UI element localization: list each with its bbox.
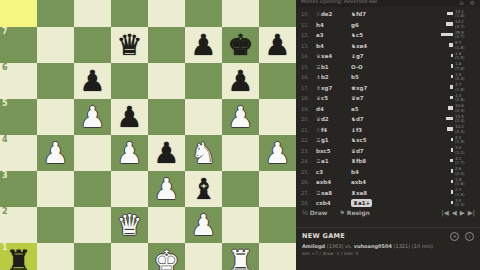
square-a3[interactable]: 3 — [0, 171, 37, 207]
move-time-values: 2.3(1.9) — [455, 188, 475, 198]
square-a7[interactable]: 7 — [0, 27, 37, 63]
square-c5[interactable]: ♟ — [74, 99, 111, 135]
square-d8[interactable] — [111, 0, 148, 27]
rank-label-4: 4 — [2, 136, 8, 144]
black-player-rating: (1321) — [394, 243, 411, 249]
move-number: 28. — [301, 198, 309, 209]
square-e6[interactable] — [148, 63, 185, 99]
invite-player-icon[interactable]: + — [450, 232, 459, 241]
move-time-bar — [450, 159, 453, 163]
white-player-rating: (1363) — [327, 243, 344, 249]
go-to-start-button[interactable]: |◀ — [442, 209, 449, 217]
square-b1[interactable] — [37, 243, 74, 270]
black-move[interactable]: ♝g7 — [351, 51, 364, 62]
white-move[interactable]: cxb4 — [316, 198, 331, 209]
move-time-bar — [450, 96, 453, 100]
square-b4[interactable]: ♟ — [37, 135, 74, 171]
black-move[interactable]: O-O — [351, 62, 363, 73]
white-move[interactable]: b4 — [316, 41, 324, 52]
game-info-icon[interactable]: i — [465, 232, 474, 241]
square-b7[interactable] — [37, 27, 74, 63]
move-row-14: 14.♕xa4♝g71.6(1.5) — [296, 51, 480, 62]
move-number: 23. — [301, 146, 309, 157]
square-g6[interactable]: ♟ — [222, 63, 259, 99]
white-pawn[interactable]: ♟ — [259, 135, 296, 171]
previous-move-button[interactable]: ◀ — [452, 209, 457, 217]
square-e3[interactable]: ♟ — [148, 171, 185, 207]
move-number: 15. — [301, 62, 309, 73]
move-row-22: 22.♖g1♞xc52.1(1.9) — [296, 135, 480, 146]
square-e4[interactable]: ♟ — [148, 135, 185, 171]
square-f1[interactable] — [185, 243, 222, 270]
move-number: 14. — [301, 51, 309, 62]
move-row-21: 21.♘f4♝f313.2(2.4) — [296, 125, 480, 136]
black-pawn[interactable]: ♟ — [74, 63, 111, 99]
move-time-values: 25.9(2.7) — [455, 31, 475, 41]
black-move[interactable]: g6 — [351, 20, 359, 31]
move-time-bar — [449, 43, 453, 47]
square-d2[interactable]: ♛ — [111, 207, 148, 243]
move-time-values: 9.7(1.8) — [455, 41, 475, 51]
square-d1[interactable] — [111, 243, 148, 270]
move-number: 16. — [301, 72, 309, 83]
flag-icon: ⚑ — [339, 209, 344, 216]
square-h5[interactable] — [259, 99, 296, 135]
move-time-bar — [447, 127, 453, 131]
white-pawn[interactable]: ♟ — [111, 135, 148, 171]
move-row-11: 11.h4g614.2(4.7) — [296, 20, 480, 31]
rank-label-6: 6 — [2, 64, 8, 72]
move-number: 21. — [301, 125, 309, 136]
move-row-24: 24.♖a1♜fb84.1(1.7) — [296, 156, 480, 167]
square-b3[interactable] — [37, 171, 74, 207]
move-time-bar — [451, 180, 453, 184]
square-a6[interactable]: 6 — [0, 63, 37, 99]
square-h8[interactable] — [259, 0, 296, 27]
square-a5[interactable]: 5 — [0, 99, 37, 135]
move-row-19: 19.d4a510.6(2.3) — [296, 104, 480, 115]
half-point-icon: ½ — [302, 209, 308, 216]
move-number: 19. — [301, 104, 309, 115]
white-pawn[interactable]: ♟ — [148, 171, 185, 207]
black-move[interactable]: ♞d7 — [351, 114, 364, 125]
square-d7[interactable]: ♛ — [111, 27, 148, 63]
square-b8[interactable] — [37, 0, 74, 27]
move-time-values: 1.8(1.6) — [455, 178, 475, 188]
move-time-bar — [451, 64, 453, 68]
move-time-values: 10.6(2.3) — [455, 104, 475, 114]
white-move[interactable]: axb4 — [316, 177, 331, 188]
square-c1[interactable] — [74, 243, 111, 270]
white-move[interactable]: d4 — [316, 104, 324, 115]
move-time-values: 1.6(1.5) — [455, 52, 475, 62]
move-number: 10. — [301, 9, 309, 20]
rank-label-7: 7 — [2, 28, 8, 36]
square-f7[interactable]: ♟ — [185, 27, 222, 63]
draw-button[interactable]: ½Draw — [302, 209, 327, 216]
move-time-bar — [451, 190, 453, 194]
black-move[interactable]: ♝f3 — [351, 125, 362, 136]
move-time-bar — [446, 117, 453, 121]
new-game-footer: NEW GAME Amilogd (1363) vs. vuhoang0504 … — [296, 227, 480, 256]
square-b2[interactable] — [37, 207, 74, 243]
move-row-27: 27.♖xa8♜xa82.3(1.9) — [296, 188, 480, 199]
side-panel: Mieses Opening: Reversed Rat ≡ ⚙ 10.♘de2… — [296, 0, 480, 270]
square-e7[interactable] — [148, 27, 185, 63]
square-f5[interactable] — [185, 99, 222, 135]
square-c8[interactable] — [74, 0, 111, 27]
move-time-bar — [447, 12, 453, 16]
draw-label: Draw — [310, 209, 328, 216]
square-h3[interactable] — [259, 171, 296, 207]
move-row-10: 10.♘de2♞fd714.1(1.8) — [296, 9, 480, 20]
move-time-bar — [441, 33, 453, 37]
resign-label: Resign — [347, 209, 370, 216]
move-time-values: 3.0(1.4) — [455, 199, 475, 209]
move-number: 11. — [301, 20, 309, 31]
move-time-bar — [451, 169, 453, 173]
white-move[interactable]: ♕c5 — [316, 93, 328, 104]
square-h6[interactable] — [259, 63, 296, 99]
white-pawn[interactable]: ♟ — [185, 207, 222, 243]
white-pawn[interactable]: ♟ — [74, 99, 111, 135]
square-c2[interactable] — [74, 207, 111, 243]
footer-icons: + i — [446, 232, 474, 241]
square-a8[interactable]: 8 — [0, 0, 37, 27]
square-b5[interactable] — [37, 99, 74, 135]
black-pawn[interactable]: ♟ — [185, 27, 222, 63]
rank-label-3: 3 — [2, 172, 8, 180]
rank-label-5: 5 — [2, 100, 8, 108]
resign-button[interactable]: ⚑Resign — [339, 209, 369, 216]
game-action-buttons: ½Draw ⚑Resign — [302, 209, 380, 216]
move-row-18: 18.♕c5♛e74.4(2.8) — [296, 93, 480, 104]
square-c7[interactable] — [74, 27, 111, 63]
move-row-20: 20.♕d2♞d714.5(2.4) — [296, 114, 480, 125]
square-d5[interactable]: ♟ — [111, 99, 148, 135]
white-move[interactable]: bxc5 — [316, 146, 331, 157]
opening-header-bar: Mieses Opening: Reversed Rat ≡ ⚙ — [296, 0, 480, 7]
move-time-values: 13.2(2.4) — [455, 125, 475, 135]
move-time-bar — [451, 138, 453, 142]
square-f4[interactable]: ♞ — [185, 135, 222, 171]
move-time-values: 1.8(7.8) — [455, 62, 475, 72]
black-pawn[interactable]: ♟ — [111, 99, 148, 135]
black-player-name[interactable]: vuhoang0504 — [354, 243, 392, 249]
square-c4[interactable] — [74, 135, 111, 171]
move-number: 27. — [301, 188, 309, 199]
white-move[interactable]: ♘f4 — [316, 125, 327, 136]
move-number: 26. — [301, 177, 309, 188]
square-h2[interactable] — [259, 207, 296, 243]
opening-name: Mieses Opening: Reversed Rat — [301, 0, 377, 4]
players-line: Amilogd (1363) vs. vuhoang0504 (1321) (1… — [302, 243, 474, 249]
move-time-values: 14.5(2.4) — [455, 115, 475, 125]
square-d4[interactable]: ♟ — [111, 135, 148, 171]
black-move[interactable]: b4 — [351, 167, 359, 178]
move-time-values: 14.2(4.7) — [455, 20, 475, 30]
black-move[interactable]: b5 — [351, 72, 359, 83]
menu-icon[interactable]: ≡ — [459, 0, 464, 6]
white-move[interactable]: c3 — [316, 167, 323, 178]
square-g4[interactable] — [222, 135, 259, 171]
square-b6[interactable] — [37, 63, 74, 99]
black-rook[interactable]: ♜ — [0, 243, 37, 270]
move-time-bar — [450, 85, 453, 89]
black-pawn[interactable]: ♟ — [259, 27, 296, 63]
move-time-values: 2.6(2.0) — [455, 167, 475, 177]
white-rook[interactable]: ♜ — [222, 243, 259, 270]
white-pawn[interactable]: ♟ — [37, 135, 74, 171]
square-h1[interactable] — [259, 243, 296, 270]
move-number: 20. — [301, 114, 309, 125]
white-move[interactable]: ♗xg7 — [316, 83, 332, 94]
move-time-bar — [451, 75, 453, 79]
square-e5[interactable] — [148, 99, 185, 135]
white-king[interactable]: ♚ — [148, 243, 185, 270]
square-d3[interactable] — [111, 171, 148, 207]
move-row-15: 15.♖b1O-O1.8(7.8) — [296, 62, 480, 73]
white-player-name[interactable]: Amilogd — [302, 243, 325, 249]
move-row-28: 28.cxb4♜a1+3.0(1.4) — [296, 198, 480, 209]
black-move[interactable]: ♞fd7 — [351, 9, 366, 20]
white-move[interactable]: ♖a1 — [316, 156, 328, 167]
white-move[interactable]: ♕d2 — [316, 114, 329, 125]
move-row-25: 25.c3b42.6(2.0) — [296, 167, 480, 178]
black-move[interactable]: ♚xg7 — [351, 83, 367, 94]
move-row-13: 13.b4♞xa49.7(1.8) — [296, 41, 480, 52]
move-time-values: 4.7(1.8) — [455, 83, 475, 93]
square-f2[interactable]: ♟ — [185, 207, 222, 243]
black-queen[interactable]: ♛ — [111, 27, 148, 63]
black-king[interactable]: ♚ — [222, 27, 259, 63]
white-move[interactable]: ♖xa8 — [316, 188, 332, 199]
black-move[interactable]: axb4 — [351, 177, 366, 188]
move-time-bar — [451, 148, 453, 152]
black-move[interactable]: ♛d7 — [351, 146, 364, 157]
white-pawn[interactable]: ♟ — [222, 99, 259, 135]
square-g2[interactable] — [222, 207, 259, 243]
white-move[interactable]: ♘de2 — [316, 9, 332, 20]
move-row-12: 12.a3♞c525.9(2.7) — [296, 30, 480, 41]
square-h7[interactable]: ♟ — [259, 27, 296, 63]
move-time-values: 4.1(1.7) — [455, 157, 475, 167]
chess-board: 87♛♟♚♟6♟♟5♟♟♟4♟♟♟♞♟3♟♝2♛♟1♜♚♜ — [0, 0, 296, 270]
black-move[interactable]: ♞c5 — [351, 30, 363, 41]
move-time-bar — [448, 106, 453, 110]
vs-label: vs. — [345, 243, 352, 249]
square-e2[interactable] — [148, 207, 185, 243]
move-row-17: 17.♗xg7♚xg74.7(1.8) — [296, 83, 480, 94]
square-f3[interactable]: ♝ — [185, 171, 222, 207]
white-move[interactable]: ♖b1 — [316, 62, 329, 73]
white-move[interactable]: h4 — [316, 20, 324, 31]
rating-change-line: win +7 / draw -1 / lose -5 — [302, 251, 474, 256]
white-move[interactable]: ♕xa4 — [316, 51, 332, 62]
square-g8[interactable] — [222, 0, 259, 27]
move-row-23: 23.bxc5♛d73.4(2.2) — [296, 146, 480, 157]
black-pawn[interactable]: ♟ — [148, 135, 185, 171]
move-row-16: 16.♗b2b51.5(2.4) — [296, 72, 480, 83]
rank-label-2: 2 — [2, 208, 8, 216]
black-move[interactable]: ♜xa8 — [351, 188, 367, 199]
next-move-button[interactable]: ▶ — [460, 209, 465, 217]
square-c3[interactable] — [74, 171, 111, 207]
move-row-26: 26.axb4axb41.8(1.6) — [296, 177, 480, 188]
white-move[interactable]: ♖g1 — [316, 135, 329, 146]
square-d6[interactable] — [111, 63, 148, 99]
square-a2[interactable]: 2 — [0, 207, 37, 243]
move-number: 12. — [301, 30, 309, 41]
square-g3[interactable] — [222, 171, 259, 207]
black-move[interactable]: ♜fb8 — [351, 156, 366, 167]
move-time-values: 1.5(2.4) — [455, 73, 475, 83]
black-move[interactable]: ♞xa4 — [351, 41, 367, 52]
move-number: 17. — [301, 83, 309, 94]
move-time-values: 14.1(1.8) — [455, 10, 475, 20]
black-move[interactable]: ♛e7 — [351, 93, 364, 104]
move-time-bar — [446, 22, 453, 26]
square-c6[interactable]: ♟ — [74, 63, 111, 99]
square-g1[interactable]: ♜ — [222, 243, 259, 270]
black-move[interactable]: ♜a1+ — [351, 199, 372, 207]
square-e8[interactable] — [148, 0, 185, 27]
white-queen[interactable]: ♛ — [111, 207, 148, 243]
black-move[interactable]: a5 — [351, 104, 359, 115]
move-number: 13. — [301, 41, 309, 52]
white-move[interactable]: ♗b2 — [316, 72, 329, 83]
move-number: 24. — [301, 156, 309, 167]
move-number: 18. — [301, 93, 309, 104]
go-to-end-button[interactable]: ▶| — [468, 209, 475, 217]
square-e1[interactable]: ♚ — [148, 243, 185, 270]
white-knight[interactable]: ♞ — [185, 135, 222, 171]
time-control: (10 min) — [412, 243, 433, 249]
black-pawn[interactable]: ♟ — [222, 63, 259, 99]
playback-controls: |◀◀▶▶| — [439, 209, 475, 217]
move-list: 10.♘de2♞fd714.1(1.8)11.h4g614.2(4.7)12.a… — [296, 9, 480, 209]
square-g5[interactable]: ♟ — [222, 99, 259, 135]
move-number: 22. — [301, 135, 309, 146]
square-f8[interactable] — [185, 0, 222, 27]
move-time-values: 3.4(2.2) — [455, 146, 475, 156]
move-time-bar — [451, 201, 453, 205]
move-time-values: 2.1(1.9) — [455, 136, 475, 146]
move-time-values: 4.4(2.8) — [455, 94, 475, 104]
square-f6[interactable] — [185, 63, 222, 99]
black-move[interactable]: ♞xc5 — [351, 135, 367, 146]
square-a4[interactable]: 4 — [0, 135, 37, 171]
white-move[interactable]: a3 — [316, 30, 324, 41]
square-h4[interactable]: ♟ — [259, 135, 296, 171]
board-grid: 87♛♟♚♟6♟♟5♟♟♟4♟♟♟♞♟3♟♝2♛♟1♜♚♜ — [0, 0, 296, 270]
settings-icon[interactable]: ⚙ — [470, 0, 475, 6]
move-time-bar — [451, 54, 453, 58]
square-a1[interactable]: 1♜ — [0, 243, 37, 270]
move-number: 25. — [301, 167, 309, 178]
black-bishop[interactable]: ♝ — [185, 171, 222, 207]
square-g7[interactable]: ♚ — [222, 27, 259, 63]
app-window: 87♛♟♚♟6♟♟5♟♟♟4♟♟♟♞♟3♟♝2♛♟1♜♚♜ Mieses Ope… — [0, 0, 480, 270]
